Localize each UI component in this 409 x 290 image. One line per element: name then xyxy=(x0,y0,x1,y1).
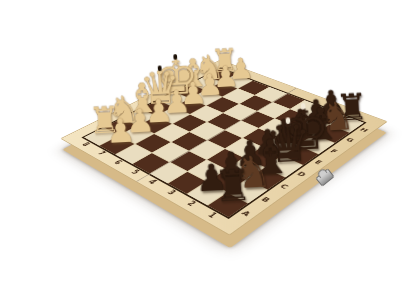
board-grid: ♜♞♝♛♚♝♞♜♟♟♟♟♟♟♟♟♟♟♟♟♟♟♟♟♜♞♝♛♚♝♞♜ xyxy=(84,69,364,217)
square-f3 xyxy=(260,119,294,136)
square-e3 xyxy=(243,129,277,147)
white-pawn-piece: ♟ xyxy=(227,54,254,84)
white-bishop-piece: ♝ xyxy=(176,54,212,94)
chess-board: ♜♞♝♛♚♝♞♜♟♟♟♟♟♟♟♟♟♟♟♟♟♟♟♟♜♞♝♛♚♝♞♜ 1234567… xyxy=(60,60,388,236)
square-g3 xyxy=(276,109,309,126)
white-rook-piece: ♜ xyxy=(210,45,240,78)
black-rook-piece: ♜ xyxy=(335,89,369,127)
board-frame: ♜♞♝♛♚♝♞♜♟♟♟♟♟♟♟♟♟♟♟♟♟♟♟♟♜♞♝♛♚♝♞♜ 1234567… xyxy=(60,60,388,236)
black-pawn-piece: ♟ xyxy=(317,86,347,119)
chess-set-product-photo: ♜♞♝♛♚♝♞♜♟♟♟♟♟♟♟♟♟♟♟♟♟♟♟♟♜♞♝♛♚♝♞♜ 1234567… xyxy=(0,0,409,290)
